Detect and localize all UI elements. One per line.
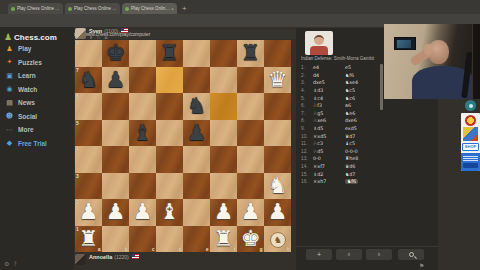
sidebar-item-learn[interactable]: ▣ Learn [0,69,74,83]
top-player-bar: Sven (1100) ♗ ♘ ♙ [75,28,291,41]
black-move[interactable]: ♞d7 [345,172,377,177]
move-forward-button[interactable]: › [366,249,392,260]
board-square-c4[interactable] [129,146,156,173]
file-label-d: d [178,246,181,252]
black-move[interactable]: ♛d6 [345,164,377,169]
news-paper-icon: ▤ [5,99,14,107]
board-square-c6[interactable] [129,93,156,120]
wall-tv [394,37,416,50]
board-square-b7[interactable]: ♟ [102,67,129,94]
board-square-f5[interactable] [210,120,237,147]
board-square-a7[interactable]: 7♞ [75,67,102,94]
board-square-e8[interactable] [183,40,210,67]
file-label-h: h [286,246,289,252]
board-square-g7[interactable] [237,67,264,94]
bottom-player-rating: (1220) [114,254,128,260]
background-shelf [472,24,480,99]
avatar-head [314,35,324,45]
white-move[interactable]: ♘g5 [313,111,345,116]
close-tab-icon[interactable]: × [171,6,174,12]
black-knight-a7[interactable]: ♞ [79,69,99,91]
board-square-c8[interactable] [129,40,156,67]
board-square-g6[interactable] [237,93,264,120]
file-label-c: c [152,246,155,252]
move-back-button[interactable]: ‹ [336,249,362,260]
rank-label-7: 7 [76,67,79,73]
bottom-player-flag-icon [132,254,139,259]
white-pawn-h2[interactable]: ♟ [268,201,288,223]
tab-title: Play Chess Online Against th [17,6,60,11]
file-label-f: f [234,246,236,252]
board-square-b2[interactable]: ♟ [102,199,129,226]
white-queen-h7[interactable]: ♛ [268,69,288,91]
sidebar-item-puzzles[interactable]: ✦ Puzzles [0,56,74,70]
move-number: 2. [301,73,313,78]
browser-tab-strip: Play Chess Online Against th Play Chess … [0,0,480,14]
move-number: 6. [301,103,313,108]
chess-board[interactable]: 8♚♜♜7♞♟♛6♞5♝♟43♞2♟♟♟♝♟♟♟1a♜bcdef♜g♚h♞ [75,40,291,252]
file-label-e: e [206,246,209,252]
black-move[interactable]: ♞e6 [345,111,377,116]
white-pawn-f2[interactable]: ♟ [214,201,234,223]
brand-badge-icon [465,115,476,126]
white-move[interactable]: ♗c4 [313,96,345,101]
board-square-e5[interactable]: ♟ [183,120,210,147]
move-list: 1.e4e52.d4♞f63.dxe5♞xe44.♗d3♞c55.♗c4♞c66… [301,64,381,186]
white-pawn-g2[interactable]: ♟ [241,201,261,223]
sidebar-item-more[interactable]: ⋯ More [0,123,74,137]
move-row-12: 12.♘d50-0-0 [301,148,381,156]
move-number: 12. [301,149,313,154]
file-label-a: a [98,246,101,252]
sidebar-free-trial[interactable]: ◆ Free Trial [0,137,74,151]
new-tab-button[interactable]: + [182,4,187,13]
board-square-b6[interactable] [102,93,129,120]
black-move[interactable]: ♞xe4 [345,80,377,85]
white-move[interactable]: ♗d2 [313,172,345,177]
board-square-f4[interactable] [210,146,237,173]
top-player-flag-icon [121,28,128,33]
stream-shop-widget: SHOP [461,100,480,196]
move-row-5: 5.♗c4♞c6 [301,94,381,102]
browser-tab-1[interactable]: Play Chess Online Against th [8,3,63,14]
magnifier-icon [409,252,414,257]
board-square-d5[interactable] [156,120,183,147]
board-square-c2[interactable]: ♟ [129,199,156,226]
white-move[interactable]: ♗d5 [313,126,345,131]
board-square-a5[interactable]: 5 [75,120,102,147]
learn-board-icon: ▣ [5,72,14,80]
white-move[interactable]: ♘xe6 [313,118,345,123]
black-move[interactable]: ♞c5 [345,88,377,93]
black-rook-g8[interactable]: ♜ [241,42,261,64]
move-row-16: 16.♕xh7♞f6 [301,178,381,186]
move-number: 15. [301,172,313,177]
screen: Play Chess Online Against th Play Chess … [0,0,480,270]
board-square-h7[interactable]: ♛ [264,67,291,94]
new-game-button[interactable]: + [306,249,332,260]
chesscom-sidebar: ♟ Chess.com ♟ Play ✦ Puzzles ▣ Learn ◉ W… [0,27,74,270]
file-label-g: g [259,246,262,252]
move-row-13: 13.0-0♜he8 [301,155,381,163]
move-number: 10. [301,134,313,139]
board-square-g2[interactable]: ♟ [237,199,264,226]
board-square-b5[interactable] [102,120,129,147]
board-square-h2[interactable]: ♟ [264,199,291,226]
white-move[interactable]: ♗d3 [313,88,345,93]
board-square-b1[interactable]: b [102,226,129,253]
social-people-icon: ☻ [5,112,14,120]
board-square-d2[interactable]: ♝ [156,199,183,226]
tv-screen [397,40,411,48]
chesscom-favicon [125,7,129,11]
report-flag-icon[interactable]: ⚑ [419,262,424,269]
white-bishop-d2[interactable]: ♝ [160,201,180,223]
board-square-f3[interactable] [210,173,237,200]
top-player-avatar[interactable] [75,28,86,39]
pawn-logo-icon: ♟ [4,32,12,42]
black-move[interactable]: ♜he8 [345,156,377,161]
board-square-a4[interactable]: 4 [75,146,102,173]
black-move[interactable]: ♞f6 [345,73,377,78]
move-number: 1. [301,65,313,70]
board-square-c3[interactable] [129,173,156,200]
move-number: 9. [301,126,313,131]
board-square-f8[interactable] [210,40,237,67]
board-square-f2[interactable]: ♟ [210,199,237,226]
chesscom-logo[interactable]: ♟ Chess.com [0,27,74,42]
move-number: 11. [301,141,313,146]
tab-title: Play Chess Online Against th [131,6,170,11]
move-number: 14. [301,164,313,169]
rank-label-4: 4 [76,146,79,152]
move-row-7: 7.♘g5♞e6 [301,110,381,118]
black-knight-e6[interactable]: ♞ [187,95,207,117]
black-move[interactable]: dxe6 [345,118,377,123]
rank-label-1: 1 [76,226,79,232]
chesscom-board-watermark: ♞ [270,232,286,248]
board-square-d4[interactable] [156,146,183,173]
board-square-h1[interactable]: h♞ [264,226,291,253]
black-pawn-b7[interactable]: ♟ [106,69,126,91]
move-number: 7. [301,111,313,116]
shop-promo-block [461,153,480,171]
white-move[interactable]: d4 [313,73,345,78]
board-square-a8[interactable]: 8 [75,40,102,67]
board-square-h5[interactable] [264,120,291,147]
move-number: 5. [301,96,313,101]
chesscom-favicon [68,7,72,11]
move-row-9: 9.♗d5exd5 [301,125,381,133]
white-move[interactable]: ♕xd5 [313,134,345,139]
white-pawn-b2[interactable]: ♟ [106,201,126,223]
white-pawn-c2[interactable]: ♟ [133,201,153,223]
play-pawn-icon: ♟ [5,45,14,53]
streamer-hand [424,44,433,55]
board-square-c5[interactable]: ♝ [129,120,156,147]
top-player-captured-pieces: ♗ ♘ ♙ [89,35,128,40]
board-square-d8[interactable]: ♜ [156,40,183,67]
board-square-g8[interactable]: ♜ [237,40,264,67]
board-square-f1[interactable]: f♜ [210,226,237,253]
sidebar-footer-icons[interactable]: ⚙? [4,260,21,267]
board-square-e6[interactable]: ♞ [183,93,210,120]
white-rook-a1[interactable]: ♜ [79,228,99,250]
shop-button[interactable]: SHOP [462,143,479,151]
white-king-g1[interactable]: ♚ [241,228,261,250]
diamond-icon: ◆ [5,139,14,147]
black-move[interactable]: ♝c5 [345,141,377,146]
board-square-h8[interactable] [264,40,291,67]
avatar-torso [310,46,328,55]
move-row-14: 14.♕xf7♛d6 [301,163,381,171]
more-ellipsis-icon: ⋯ [5,126,14,134]
move-row-4: 4.♗d3♞c5 [301,87,381,95]
board-square-g4[interactable] [237,146,264,173]
shop-artwork [463,127,478,141]
board-square-g5[interactable] [237,120,264,147]
bottom-player-avatar[interactable] [75,254,86,265]
white-move[interactable]: ♘d5 [313,149,345,154]
white-move[interactable]: ♘f3 [313,103,345,108]
board-square-f7[interactable] [210,67,237,94]
black-move[interactable]: ♞f6 [345,179,358,184]
move-number: 16. [301,179,313,184]
board-square-h3[interactable]: ♞ [264,173,291,200]
black-move[interactable]: a6 [345,103,377,108]
rank-label-3: 3 [76,173,79,179]
black-king-b8[interactable]: ♚ [106,42,126,64]
move-row-11: 11.♘c3♝c5 [301,140,381,148]
white-move[interactable]: 0-0 [313,156,345,161]
top-player-rating: (1100) [104,28,118,34]
opponent-bot-avatar[interactable] [305,31,333,55]
top-player-name[interactable]: Sven [89,28,102,34]
white-knight-h3[interactable]: ♞ [268,175,288,197]
panel-controls: + ‹ › [296,246,438,260]
board-square-b3[interactable] [102,173,129,200]
file-label-b: b [124,246,127,252]
black-move[interactable]: e5 [345,65,377,70]
black-move[interactable]: ♛d7 [345,134,377,139]
bottom-player-bar: Annoella (1220) [75,254,291,267]
black-move[interactable]: ♞c6 [345,96,377,101]
promo-button[interactable] [463,163,478,168]
rank-label-5: 5 [76,120,79,126]
board-square-e2[interactable] [183,199,210,226]
board-square-d1[interactable]: d [156,226,183,253]
move-list-scrollbar[interactable] [380,64,383,110]
analysis-search-button[interactable] [398,249,424,260]
board-square-a6[interactable]: 6 [75,93,102,120]
board-square-c1[interactable]: c [129,226,156,253]
browser-tab-2[interactable]: Play Chess Online Against th [65,3,120,14]
rank-label-6: 6 [76,93,79,99]
move-row-2: 2.d4♞f6 [301,72,381,80]
white-move[interactable]: e4 [313,65,345,70]
black-rook-d8[interactable]: ♜ [160,42,180,64]
board-square-g3[interactable] [237,173,264,200]
board-square-h4[interactable] [264,146,291,173]
streamer-webcam-overlay [384,24,480,99]
board-square-a3[interactable]: 3 [75,173,102,200]
black-bishop-c5[interactable]: ♝ [133,122,153,144]
move-number: 3. [301,80,313,85]
black-move[interactable]: exd5 [345,126,377,131]
move-row-8: 8.♘xe6dxe6 [301,117,381,125]
move-row-1: 1.e4e5 [301,64,381,72]
board-square-e4[interactable] [183,146,210,173]
move-number: 13. [301,156,313,161]
move-number: 4. [301,88,313,93]
move-row-6: 6.♘f3a6 [301,102,381,110]
board-square-b4[interactable] [102,146,129,173]
shop-card: SHOP [461,113,480,171]
board-square-c7[interactable] [129,67,156,94]
board-square-d7[interactable] [156,67,183,94]
board-square-g1[interactable]: g♚ [237,226,264,253]
white-rook-f1[interactable]: ♜ [214,228,234,250]
move-number: 8. [301,118,313,123]
move-row-15: 15.♗d2♞d7 [301,170,381,178]
widget-gear-icon[interactable] [465,100,476,111]
board-square-d3[interactable] [156,173,183,200]
board-square-d6[interactable] [156,93,183,120]
browser-tab-3-active[interactable]: Play Chess Online Against th × [122,3,177,14]
white-pawn-a2[interactable]: ♟ [79,201,99,223]
board-square-b8[interactable]: ♚ [102,40,129,67]
board-square-e3[interactable] [183,173,210,200]
white-move[interactable]: dxe5 [313,80,345,85]
board-square-f6[interactable] [210,93,237,120]
black-pawn-e5[interactable]: ♟ [187,122,207,144]
watch-eye-icon: ◉ [5,85,14,93]
sidebar-item-social[interactable]: ☻ Social [0,110,74,124]
black-move[interactable]: 0-0-0 [345,149,377,154]
white-move[interactable]: ♕xh7 [313,179,345,184]
move-row-3: 3.dxe5♞xe4 [301,79,381,87]
puzzle-icon: ✦ [5,58,14,66]
chesscom-favicon [11,7,15,11]
rank-label-8: 8 [76,40,79,46]
board-square-e7[interactable] [183,67,210,94]
board-square-a2[interactable]: 2♟ [75,199,102,226]
tab-title: Play Chess Online Against th [74,6,117,11]
bottom-player-name[interactable]: Annoella [89,254,112,260]
sidebar-item-play[interactable]: ♟ Play [0,42,74,56]
white-move[interactable]: ♕xf7 [313,164,345,169]
board-square-a1[interactable]: 1a♜ [75,226,102,253]
sidebar-item-watch[interactable]: ◉ Watch [0,83,74,97]
white-move[interactable]: ♘c3 [313,141,345,146]
sidebar-item-news[interactable]: ▤ News [0,96,74,110]
move-row-10: 10.♕xd5♛d7 [301,132,381,140]
rank-label-2: 2 [76,199,79,205]
board-square-e1[interactable]: e [183,226,210,253]
board-square-h6[interactable] [264,93,291,120]
